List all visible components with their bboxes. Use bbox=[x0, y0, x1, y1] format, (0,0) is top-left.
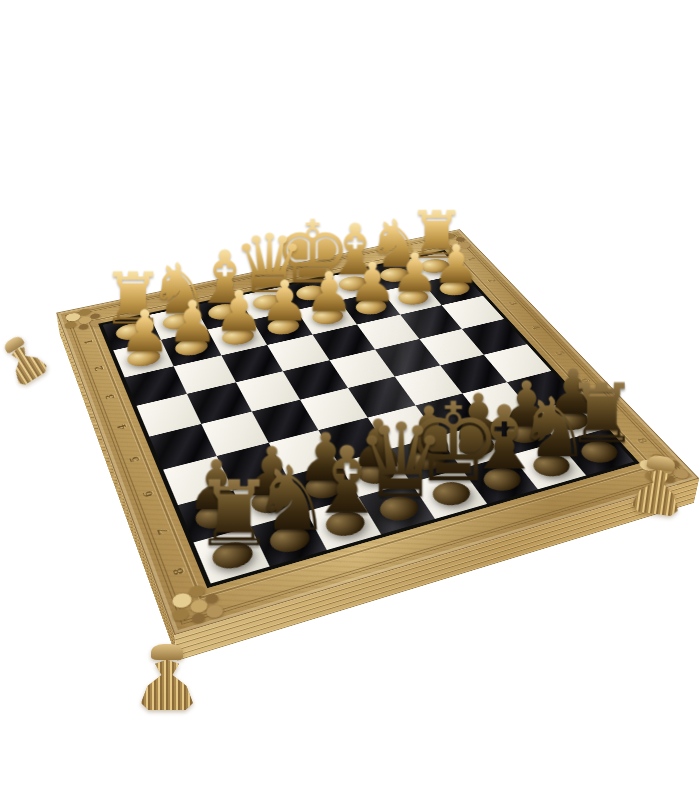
chess-board: 1122334455667788 ♜♞♝♛♚♝♞♜♟♟♟♟♟♟♟♟♟♟♟♟♟♟♟… bbox=[56, 229, 699, 635]
rook-glyph-icon: ♜ bbox=[176, 468, 290, 559]
scene: 1122334455667788 ♜♞♝♛♚♝♞♜♟♟♟♟♟♟♟♟♟♟♟♟♟♟♟… bbox=[0, 0, 700, 800]
pawn-glyph-icon: ♟ bbox=[98, 302, 191, 360]
board-foot-icon bbox=[630, 453, 686, 517]
product-photo-stage: 1122334455667788 ♜♞♝♛♚♝♞♜♟♟♟♟♟♟♟♟♟♟♟♟♟♟♟… bbox=[0, 0, 700, 800]
board-foot-icon bbox=[140, 644, 194, 710]
